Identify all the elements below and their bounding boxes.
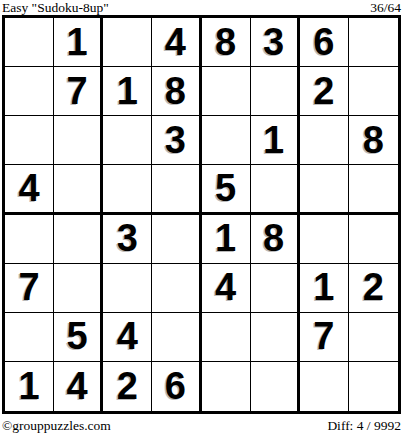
cell-r7c8[interactable] [349, 313, 398, 362]
cell-r7c4[interactable] [152, 313, 201, 362]
cell-r2c4[interactable]: 8 [152, 67, 201, 116]
cell-r8c1[interactable]: 1 [5, 362, 54, 411]
cell-r2c2[interactable]: 7 [54, 67, 103, 116]
cell-r6c2[interactable] [54, 264, 103, 313]
cell-r5c6[interactable]: 8 [251, 215, 300, 264]
cell-r7c1[interactable] [5, 313, 54, 362]
cell-r5c7[interactable] [300, 215, 349, 264]
cell-r4c3[interactable] [103, 165, 152, 214]
cell-r4c1[interactable]: 4 [5, 165, 54, 214]
cell-r1c2[interactable]: 1 [54, 18, 103, 67]
cell-r7c2[interactable]: 5 [54, 313, 103, 362]
cell-r5c2[interactable] [54, 215, 103, 264]
cell-r2c8[interactable] [349, 67, 398, 116]
cell-r8c5[interactable] [202, 362, 251, 411]
cell-r3c3[interactable] [103, 116, 152, 165]
cell-r2c3[interactable]: 1 [103, 67, 152, 116]
cell-r8c4[interactable]: 6 [152, 362, 201, 411]
cell-r5c4[interactable] [152, 215, 201, 264]
cell-r4c6[interactable] [251, 165, 300, 214]
cell-r4c4[interactable] [152, 165, 201, 214]
cell-r7c5[interactable] [202, 313, 251, 362]
cell-r2c7[interactable]: 2 [300, 67, 349, 116]
cell-r1c6[interactable]: 3 [251, 18, 300, 67]
cell-r8c8[interactable] [349, 362, 398, 411]
cell-r3c8[interactable]: 8 [349, 116, 398, 165]
cell-r1c1[interactable] [5, 18, 54, 67]
cell-r1c8[interactable] [349, 18, 398, 67]
cell-r6c7[interactable]: 1 [300, 264, 349, 313]
cell-r6c4[interactable] [152, 264, 201, 313]
cell-r8c7[interactable] [300, 362, 349, 411]
cell-r8c3[interactable]: 2 [103, 362, 152, 411]
cell-r1c4[interactable]: 4 [152, 18, 201, 67]
cell-r4c2[interactable] [54, 165, 103, 214]
footer: ©grouppuzzles.com Diff: 4 / 9992 [2, 418, 401, 434]
cell-r1c3[interactable] [103, 18, 152, 67]
cell-r6c1[interactable]: 7 [5, 264, 54, 313]
sudoku-board: 1483671823184531874125471426 [2, 15, 401, 414]
cell-r3c2[interactable] [54, 116, 103, 165]
cell-r8c2[interactable]: 4 [54, 362, 103, 411]
puzzle-title: Easy "Sudoku-8up" [2, 0, 109, 15]
cell-r4c8[interactable] [349, 165, 398, 214]
cell-r1c5[interactable]: 8 [202, 18, 251, 67]
cell-r1c7[interactable]: 6 [300, 18, 349, 67]
cell-r6c3[interactable] [103, 264, 152, 313]
cell-r7c3[interactable]: 4 [103, 313, 152, 362]
cell-r2c6[interactable] [251, 67, 300, 116]
cell-r2c5[interactable] [202, 67, 251, 116]
cell-r5c1[interactable] [5, 215, 54, 264]
cell-r3c5[interactable] [202, 116, 251, 165]
copyright-text: ©grouppuzzles.com [2, 418, 111, 434]
cell-r3c6[interactable]: 1 [251, 116, 300, 165]
header: Easy "Sudoku-8up" 36/64 [2, 0, 401, 15]
cell-r2c1[interactable] [5, 67, 54, 116]
cell-r5c5[interactable]: 1 [202, 215, 251, 264]
cell-r7c7[interactable]: 7 [300, 313, 349, 362]
cell-r4c7[interactable] [300, 165, 349, 214]
cell-r4c5[interactable]: 5 [202, 165, 251, 214]
difficulty-text: Diff: 4 / 9992 [327, 418, 401, 434]
cell-r6c8[interactable]: 2 [349, 264, 398, 313]
cell-r3c4[interactable]: 3 [152, 116, 201, 165]
cell-r6c6[interactable] [251, 264, 300, 313]
cell-r5c3[interactable]: 3 [103, 215, 152, 264]
cell-r3c7[interactable] [300, 116, 349, 165]
cell-r7c6[interactable] [251, 313, 300, 362]
cell-r6c5[interactable]: 4 [202, 264, 251, 313]
cell-r5c8[interactable] [349, 215, 398, 264]
cell-r3c1[interactable] [5, 116, 54, 165]
givens-counter: 36/64 [370, 0, 401, 15]
cell-r8c6[interactable] [251, 362, 300, 411]
